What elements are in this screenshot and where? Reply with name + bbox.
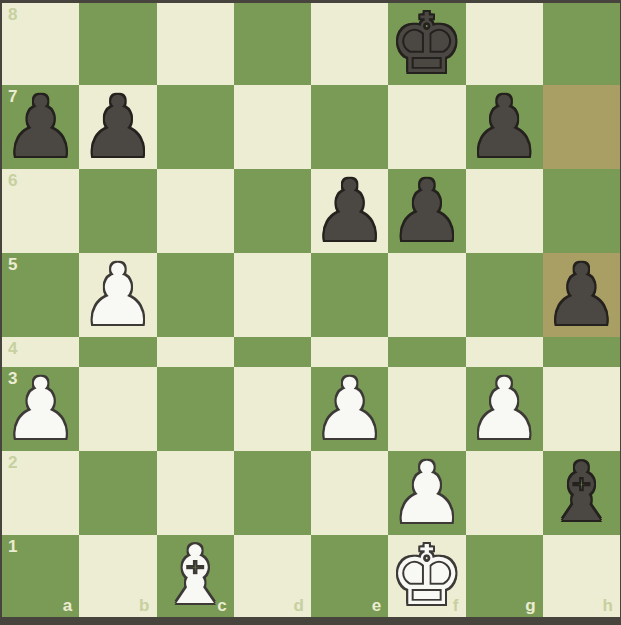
square-h8[interactable] bbox=[543, 3, 620, 85]
white-pawn-f2[interactable]: ♟ bbox=[389, 451, 464, 535]
square-e6[interactable]: ♟ bbox=[311, 169, 388, 253]
rank-label-5: 5 bbox=[8, 256, 17, 273]
white-pawn-g3[interactable]: ♟ bbox=[466, 367, 541, 451]
file-label-h: h bbox=[603, 597, 613, 614]
square-d4[interactable] bbox=[234, 337, 311, 367]
rank-label-1: 1 bbox=[8, 538, 17, 555]
square-c8[interactable] bbox=[157, 3, 234, 85]
square-a6[interactable]: 6 bbox=[2, 169, 79, 253]
square-d8[interactable] bbox=[234, 3, 311, 85]
file-label-b: b bbox=[139, 597, 149, 614]
file-label-d: d bbox=[294, 597, 304, 614]
rank-label-4: 4 bbox=[8, 340, 17, 357]
square-a3[interactable]: 3♟ bbox=[2, 367, 79, 451]
square-d7[interactable] bbox=[234, 85, 311, 169]
white-pawn-e3[interactable]: ♟ bbox=[312, 367, 387, 451]
chess-board: 8♚7♟♟♟6♟♟5♟♟43♟♟♟2♟♝1abc♝def♚gh bbox=[2, 3, 620, 617]
square-g8[interactable] bbox=[466, 3, 543, 85]
square-a8[interactable]: 8 bbox=[2, 3, 79, 85]
square-h3[interactable] bbox=[543, 367, 620, 451]
square-c5[interactable] bbox=[157, 253, 234, 337]
square-f4[interactable] bbox=[388, 337, 465, 367]
square-a2[interactable]: 2 bbox=[2, 451, 79, 535]
square-a1[interactable]: 1a bbox=[2, 535, 79, 617]
square-f7[interactable] bbox=[388, 85, 465, 169]
square-f2[interactable]: ♟ bbox=[388, 451, 465, 535]
square-a5[interactable]: 5 bbox=[2, 253, 79, 337]
square-g7[interactable]: ♟ bbox=[466, 85, 543, 169]
square-f6[interactable]: ♟ bbox=[388, 169, 465, 253]
square-e5[interactable] bbox=[311, 253, 388, 337]
square-e7[interactable] bbox=[311, 85, 388, 169]
square-c1[interactable]: c♝ bbox=[157, 535, 234, 617]
square-g5[interactable] bbox=[466, 253, 543, 337]
square-b7[interactable]: ♟ bbox=[79, 85, 156, 169]
square-g1[interactable]: g bbox=[466, 535, 543, 617]
square-h6[interactable] bbox=[543, 169, 620, 253]
black-pawn-f6[interactable]: ♟ bbox=[389, 169, 464, 253]
square-c7[interactable] bbox=[157, 85, 234, 169]
square-h2[interactable]: ♝ bbox=[543, 451, 620, 535]
rank-label-8: 8 bbox=[8, 6, 17, 23]
square-b5[interactable]: ♟ bbox=[79, 253, 156, 337]
black-pawn-e6[interactable]: ♟ bbox=[312, 169, 387, 253]
square-f8[interactable]: ♚ bbox=[388, 3, 465, 85]
chess-board-screenshot: 8♚7♟♟♟6♟♟5♟♟43♟♟♟2♟♝1abc♝def♚gh bbox=[0, 0, 621, 625]
square-b2[interactable] bbox=[79, 451, 156, 535]
file-label-a: a bbox=[63, 597, 72, 614]
square-c6[interactable] bbox=[157, 169, 234, 253]
square-h1[interactable]: h bbox=[543, 535, 620, 617]
white-pawn-a3[interactable]: ♟ bbox=[3, 367, 78, 451]
square-d2[interactable] bbox=[234, 451, 311, 535]
square-e3[interactable]: ♟ bbox=[311, 367, 388, 451]
square-e2[interactable] bbox=[311, 451, 388, 535]
square-g6[interactable] bbox=[466, 169, 543, 253]
square-f1[interactable]: f♚ bbox=[388, 535, 465, 617]
square-f3[interactable] bbox=[388, 367, 465, 451]
black-pawn-b7[interactable]: ♟ bbox=[80, 85, 155, 169]
square-f5[interactable] bbox=[388, 253, 465, 337]
white-bishop-c1[interactable]: ♝ bbox=[159, 536, 231, 616]
square-d5[interactable] bbox=[234, 253, 311, 337]
square-g3[interactable]: ♟ bbox=[466, 367, 543, 451]
black-pawn-g7[interactable]: ♟ bbox=[466, 85, 541, 169]
square-a7[interactable]: 7♟ bbox=[2, 85, 79, 169]
square-h5[interactable]: ♟ bbox=[543, 253, 620, 337]
square-b8[interactable] bbox=[79, 3, 156, 85]
black-bishop-h2[interactable]: ♝ bbox=[546, 453, 618, 533]
white-pawn-b5[interactable]: ♟ bbox=[80, 253, 155, 337]
square-b3[interactable] bbox=[79, 367, 156, 451]
white-king-f1[interactable]: ♚ bbox=[390, 535, 464, 617]
square-b1[interactable]: b bbox=[79, 535, 156, 617]
black-pawn-a7[interactable]: ♟ bbox=[3, 85, 78, 169]
square-c2[interactable] bbox=[157, 451, 234, 535]
square-c4[interactable] bbox=[157, 337, 234, 367]
square-d1[interactable]: d bbox=[234, 535, 311, 617]
file-label-g: g bbox=[525, 597, 535, 614]
black-king-f8[interactable]: ♚ bbox=[390, 3, 464, 85]
square-g2[interactable] bbox=[466, 451, 543, 535]
square-e8[interactable] bbox=[311, 3, 388, 85]
square-e1[interactable]: e bbox=[311, 535, 388, 617]
square-c3[interactable] bbox=[157, 367, 234, 451]
square-d6[interactable] bbox=[234, 169, 311, 253]
square-b6[interactable] bbox=[79, 169, 156, 253]
square-h7[interactable] bbox=[543, 85, 620, 169]
black-pawn-h5[interactable]: ♟ bbox=[544, 253, 619, 337]
square-d3[interactable] bbox=[234, 367, 311, 451]
file-label-e: e bbox=[372, 597, 381, 614]
